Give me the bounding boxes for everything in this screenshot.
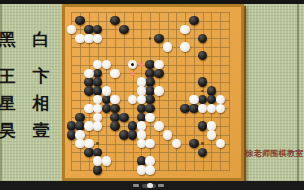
- white-stone: [84, 139, 93, 148]
- black-stone: [189, 16, 198, 25]
- white-stone: [93, 104, 102, 113]
- white-stone: [145, 139, 154, 148]
- video-control-tick: [133, 184, 139, 187]
- black-stone: [189, 139, 198, 148]
- video-control-tick: [158, 184, 164, 187]
- video-frame: 黑 王星昊 白 卞相壹 ✕✕ 徐老师围棋教室: [0, 0, 304, 190]
- black-stone: [198, 95, 207, 104]
- white-stone: [67, 25, 76, 34]
- star-point: [201, 142, 204, 145]
- white-stone: [180, 25, 189, 34]
- black-stone: [198, 121, 207, 130]
- analysis-cross-marker: ✕: [138, 61, 144, 68]
- white-stone: [189, 95, 198, 104]
- black-stone: [145, 104, 154, 113]
- white-stone: [102, 60, 111, 69]
- white-stone: [93, 95, 102, 104]
- black-stone: [207, 95, 216, 104]
- white-stone: [110, 69, 119, 78]
- white-stone: [102, 86, 111, 95]
- white-stone: [93, 121, 102, 130]
- black-stone: [145, 95, 154, 104]
- white-stone: [180, 42, 189, 51]
- white-stone: [93, 156, 102, 165]
- black-stone: [93, 165, 102, 174]
- black-stone: [198, 34, 207, 43]
- white-stone: [145, 165, 154, 174]
- white-stone: [154, 86, 163, 95]
- tatami-seam: [297, 0, 299, 190]
- playback-toggle-knob[interactable]: [147, 183, 153, 189]
- white-stone: [163, 42, 172, 51]
- star-point: [96, 142, 99, 145]
- white-stone: [198, 104, 207, 113]
- grid-vline: [229, 12, 230, 171]
- black-stone: [198, 148, 207, 157]
- go-board[interactable]: ✕✕: [62, 4, 244, 181]
- analysis-cross-marker: ✕: [130, 70, 136, 77]
- white-stone: [102, 156, 111, 165]
- white-stone: [216, 95, 225, 104]
- black-stone: [198, 51, 207, 60]
- white-stone: [93, 34, 102, 43]
- black-stone: [93, 25, 102, 34]
- black-stone: [128, 130, 137, 139]
- black-stone: [75, 16, 84, 25]
- white-player-label: 白: [32, 31, 50, 49]
- white-stone: [137, 95, 146, 104]
- white-stone: [128, 95, 137, 104]
- white-stone: [207, 104, 216, 113]
- white-player-name: 卞相壹: [32, 63, 50, 144]
- white-stone: [154, 60, 163, 69]
- black-stone: [110, 104, 119, 113]
- white-stone: [145, 113, 154, 122]
- white-stone: [163, 130, 172, 139]
- white-stone: [216, 104, 225, 113]
- black-stone: [119, 113, 128, 122]
- white-stone: [110, 95, 119, 104]
- black-stone: [198, 77, 207, 86]
- white-stone: [154, 121, 163, 130]
- grid-vline: [168, 12, 169, 171]
- white-stone: [216, 139, 225, 148]
- black-player-name: 王星昊: [0, 63, 16, 144]
- black-stone: [119, 25, 128, 34]
- white-stone: [172, 139, 181, 148]
- black-stone: [154, 69, 163, 78]
- grid-vline: [185, 12, 186, 171]
- black-player-label: 黑: [0, 31, 16, 49]
- black-stone: [110, 121, 119, 130]
- black-stone: [154, 34, 163, 43]
- watermark: 徐老师围棋教室: [245, 148, 304, 159]
- white-stone: [93, 60, 102, 69]
- white-stone: [128, 60, 137, 69]
- last-move-marker: [131, 63, 134, 66]
- white-stone: [207, 130, 216, 139]
- black-stone: [110, 16, 119, 25]
- white-stone: [84, 69, 93, 78]
